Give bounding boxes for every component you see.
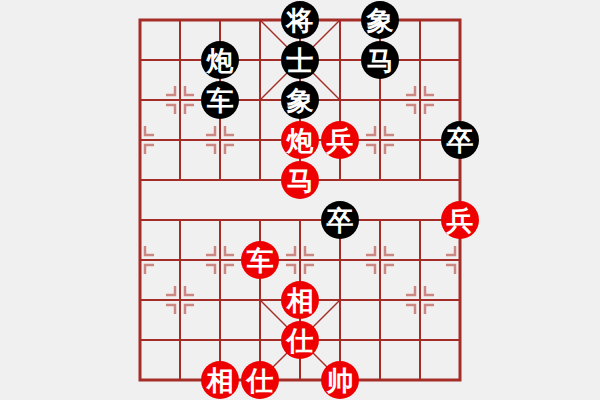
piece-black-horse[interactable]: 马 [361,41,399,79]
piece-black-chariot[interactable]: 车 [201,81,239,119]
piece-black-general[interactable]: 将 [281,1,319,39]
piece-red-horse[interactable]: 马 [281,161,319,199]
piece-black-cannon[interactable]: 炮 [201,41,239,79]
piece-layer: 将象炮士马车象卒卒炮兵马兵车相仕相仕帅 [0,0,600,400]
piece-red-elephant[interactable]: 相 [281,281,319,319]
piece-red-chariot[interactable]: 车 [241,241,279,279]
piece-red-cannon[interactable]: 炮 [281,121,319,159]
piece-red-general[interactable]: 帅 [321,361,359,399]
piece-black-elephant[interactable]: 象 [361,1,399,39]
piece-red-advisor[interactable]: 仕 [241,361,279,399]
piece-red-soldier[interactable]: 兵 [441,201,479,239]
piece-black-soldier[interactable]: 卒 [441,121,479,159]
xiangqi-app: 将象炮士马车象卒卒炮兵马兵车相仕相仕帅 [0,0,600,400]
piece-black-elephant[interactable]: 象 [281,81,319,119]
piece-black-soldier[interactable]: 卒 [321,201,359,239]
piece-red-soldier[interactable]: 兵 [321,121,359,159]
piece-red-advisor[interactable]: 仕 [281,321,319,359]
piece-red-elephant[interactable]: 相 [201,361,239,399]
piece-black-advisor[interactable]: 士 [281,41,319,79]
